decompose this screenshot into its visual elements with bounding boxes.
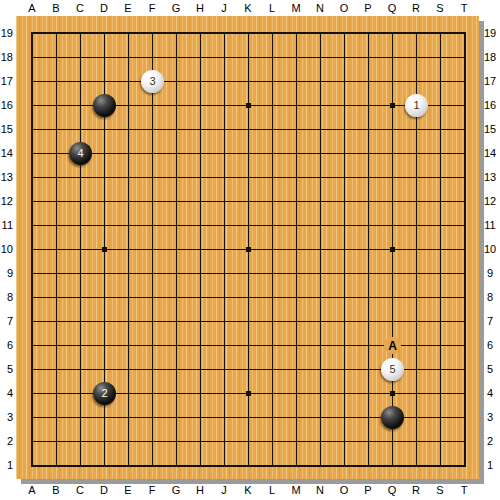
- grid-line-vertical: [368, 33, 369, 466]
- grid-line-vertical: [344, 33, 345, 466]
- stone-number: 5: [389, 364, 395, 375]
- grid-line-vertical: [296, 33, 297, 466]
- coordinate-label-bottom-m: M: [284, 484, 308, 496]
- coordinate-label-bottom-d: D: [92, 484, 116, 496]
- coordinate-label-left-17: 17: [0, 75, 13, 87]
- coordinate-label-left-4: 4: [0, 387, 13, 399]
- coordinate-label-bottom-h: H: [188, 484, 212, 496]
- coordinate-label-bottom-s: S: [428, 484, 452, 496]
- go-board: A13425: [16, 16, 479, 479]
- coordinate-label-left-6: 6: [0, 339, 13, 351]
- coordinate-label-right-17: 17: [482, 75, 498, 87]
- coordinate-label-top-m: M: [284, 2, 308, 14]
- coordinate-label-right-16: 16: [482, 99, 498, 111]
- coordinate-label-bottom-j: J: [212, 484, 236, 496]
- coordinate-label-left-18: 18: [0, 51, 13, 63]
- coordinate-label-bottom-a: A: [20, 484, 44, 496]
- coordinate-label-top-n: N: [308, 2, 332, 14]
- coordinate-label-left-19: 19: [0, 27, 13, 39]
- go-diagram-page: ABCDEFGHJKLMNOPQRST ABCDEFGHJKLMNOPQRST …: [0, 0, 500, 500]
- stone-number: 1: [413, 100, 419, 111]
- coordinate-label-left-7: 7: [0, 315, 13, 327]
- coordinate-label-bottom-l: L: [260, 484, 284, 496]
- coordinate-label-left-14: 14: [0, 147, 13, 159]
- coordinate-label-bottom-q: Q: [380, 484, 404, 496]
- coordinate-label-left-3: 3: [0, 411, 13, 423]
- star-point: [390, 247, 395, 252]
- coordinate-label-top-r: R: [404, 2, 428, 14]
- coordinate-label-left-10: 10: [0, 243, 13, 255]
- coordinate-label-bottom-e: E: [116, 484, 140, 496]
- coordinate-label-left-15: 15: [0, 123, 13, 135]
- star-point: [390, 103, 395, 108]
- coordinate-label-right-5: 5: [482, 363, 498, 375]
- coordinate-label-left-12: 12: [0, 195, 13, 207]
- coordinate-label-top-g: G: [164, 2, 188, 14]
- stone-number: 2: [101, 388, 107, 399]
- star-point: [102, 247, 107, 252]
- coordinate-label-left-2: 2: [0, 435, 13, 447]
- grid-line-horizontal: [32, 465, 465, 466]
- coordinate-label-bottom-k: K: [236, 484, 260, 496]
- coordinate-label-bottom-b: B: [44, 484, 68, 496]
- coordinate-label-right-18: 18: [482, 51, 498, 63]
- coordinate-label-bottom-p: P: [356, 484, 380, 496]
- grid-line-horizontal: [32, 273, 465, 274]
- grid-line-horizontal: [32, 321, 465, 322]
- black-stone-d16: [93, 94, 116, 117]
- grid-line-vertical: [272, 33, 273, 466]
- black-stone-d4: 2: [93, 382, 116, 405]
- coordinate-label-top-f: F: [140, 2, 164, 14]
- coordinate-label-right-1: 1: [482, 459, 498, 471]
- board-grid: A13425: [32, 33, 465, 466]
- coordinate-label-bottom-t: T: [452, 484, 476, 496]
- coordinate-label-top-q: Q: [380, 2, 404, 14]
- coordinate-label-top-h: H: [188, 2, 212, 14]
- coordinate-label-top-o: O: [332, 2, 356, 14]
- white-stone-q5: 5: [381, 358, 404, 381]
- coordinate-label-right-4: 4: [482, 387, 498, 399]
- coordinate-label-right-13: 13: [482, 171, 498, 183]
- star-point: [390, 391, 395, 396]
- coordinate-label-right-12: 12: [482, 195, 498, 207]
- grid-line-horizontal: [32, 297, 465, 298]
- coordinate-label-right-15: 15: [482, 123, 498, 135]
- stone-number: 4: [77, 148, 83, 159]
- coordinate-label-right-2: 2: [482, 435, 498, 447]
- coordinate-label-bottom-g: G: [164, 484, 188, 496]
- coordinate-label-right-10: 10: [482, 243, 498, 255]
- coordinate-label-top-e: E: [116, 2, 140, 14]
- coordinate-label-left-16: 16: [0, 99, 13, 111]
- point-label-a: A: [384, 337, 401, 354]
- white-stone-f17: 3: [141, 70, 164, 93]
- stone-number: 3: [149, 76, 155, 87]
- coordinate-label-bottom-o: O: [332, 484, 356, 496]
- coordinate-label-top-c: C: [68, 2, 92, 14]
- black-stone-q3: [381, 406, 404, 429]
- coordinate-label-left-13: 13: [0, 171, 13, 183]
- coordinate-label-top-b: B: [44, 2, 68, 14]
- coordinate-label-top-l: L: [260, 2, 284, 14]
- coordinate-label-right-6: 6: [482, 339, 498, 351]
- coordinate-label-bottom-n: N: [308, 484, 332, 496]
- coordinate-label-left-5: 5: [0, 363, 13, 375]
- coordinate-label-top-t: T: [452, 2, 476, 14]
- grid-line-vertical: [320, 33, 321, 466]
- white-stone-r16: 1: [405, 94, 428, 117]
- coordinate-label-top-s: S: [428, 2, 452, 14]
- coordinate-label-right-19: 19: [482, 27, 498, 39]
- coordinate-label-left-8: 8: [0, 291, 13, 303]
- coordinate-label-bottom-c: C: [68, 484, 92, 496]
- coordinate-label-right-3: 3: [482, 411, 498, 423]
- coordinate-label-bottom-f: F: [140, 484, 164, 496]
- coordinate-label-bottom-r: R: [404, 484, 428, 496]
- black-stone-c14: 4: [69, 142, 92, 165]
- coordinate-label-right-7: 7: [482, 315, 498, 327]
- coordinate-label-top-j: J: [212, 2, 236, 14]
- coordinate-label-right-8: 8: [482, 291, 498, 303]
- coordinate-label-right-9: 9: [482, 267, 498, 279]
- coordinate-label-left-1: 1: [0, 459, 13, 471]
- coordinate-label-left-11: 11: [0, 219, 13, 231]
- coordinate-label-right-14: 14: [482, 147, 498, 159]
- star-point: [246, 391, 251, 396]
- coordinate-label-right-11: 11: [482, 219, 498, 231]
- coordinate-label-top-a: A: [20, 2, 44, 14]
- coordinate-label-top-k: K: [236, 2, 260, 14]
- grid-line-vertical: [464, 33, 465, 466]
- coordinate-label-top-p: P: [356, 2, 380, 14]
- grid-line-vertical: [440, 33, 441, 466]
- star-point: [246, 103, 251, 108]
- coordinate-label-top-d: D: [92, 2, 116, 14]
- star-point: [246, 247, 251, 252]
- grid-line-horizontal: [32, 441, 465, 442]
- coordinate-label-left-9: 9: [0, 267, 13, 279]
